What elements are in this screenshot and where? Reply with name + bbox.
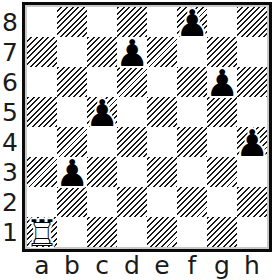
square-c5[interactable]: ♟ xyxy=(87,97,117,127)
white-rook-outline-glyph: ♖ xyxy=(27,218,57,248)
square-d3[interactable] xyxy=(117,157,147,187)
square-a3[interactable] xyxy=(27,157,57,187)
square-b8[interactable] xyxy=(57,7,87,37)
piece-black-pawn-b3[interactable]: ♟ xyxy=(57,157,87,187)
square-e4[interactable] xyxy=(147,127,177,157)
square-h8[interactable] xyxy=(237,7,267,37)
piece-black-pawn-f8[interactable]: ♟ xyxy=(177,7,207,37)
square-f5[interactable] xyxy=(177,97,207,127)
rank-label-4: 4 xyxy=(0,127,20,157)
square-a8[interactable] xyxy=(27,7,57,37)
square-f8[interactable]: ♟ xyxy=(177,7,207,37)
square-c2[interactable] xyxy=(87,187,117,217)
square-d1[interactable] xyxy=(117,217,147,247)
square-e1[interactable] xyxy=(147,217,177,247)
square-a5[interactable] xyxy=(27,97,57,127)
black-pawn-glyph: ♟ xyxy=(237,128,267,158)
square-b3[interactable]: ♟ xyxy=(57,157,87,187)
file-label-c: c xyxy=(87,252,117,279)
file-label-d: d xyxy=(117,252,147,279)
square-f6[interactable] xyxy=(177,67,207,97)
square-b5[interactable] xyxy=(57,97,87,127)
square-g8[interactable] xyxy=(207,7,237,37)
piece-black-pawn-g6[interactable]: ♟ xyxy=(207,67,237,97)
file-label-h: h xyxy=(237,252,267,279)
rank-label-1: 1 xyxy=(0,217,20,247)
black-pawn-glyph: ♟ xyxy=(117,38,147,68)
square-e2[interactable] xyxy=(147,187,177,217)
square-g4[interactable] xyxy=(207,127,237,157)
file-label-a: a xyxy=(27,252,57,279)
black-pawn-glyph: ♟ xyxy=(177,8,207,38)
square-e5[interactable] xyxy=(147,97,177,127)
square-h7[interactable] xyxy=(237,37,267,67)
chess-diagram: 87654321 abcdefgh ♟♟♟♟♟♟♜♖ xyxy=(0,0,280,280)
square-f7[interactable] xyxy=(177,37,207,67)
square-a6[interactable] xyxy=(27,67,57,97)
black-pawn-glyph: ♟ xyxy=(57,158,87,188)
square-d2[interactable] xyxy=(117,187,147,217)
square-b7[interactable] xyxy=(57,37,87,67)
square-a4[interactable] xyxy=(27,127,57,157)
square-g1[interactable] xyxy=(207,217,237,247)
rank-label-6: 6 xyxy=(0,67,20,97)
square-h4[interactable]: ♟ xyxy=(237,127,267,157)
rank-label-7: 7 xyxy=(0,37,20,67)
square-c1[interactable] xyxy=(87,217,117,247)
piece-black-pawn-c5[interactable]: ♟ xyxy=(87,97,117,127)
square-e3[interactable] xyxy=(147,157,177,187)
square-b1[interactable] xyxy=(57,217,87,247)
square-e6[interactable] xyxy=(147,67,177,97)
square-g6[interactable]: ♟ xyxy=(207,67,237,97)
black-pawn-glyph: ♟ xyxy=(87,98,117,128)
rank-label-2: 2 xyxy=(0,187,20,217)
square-d7[interactable]: ♟ xyxy=(117,37,147,67)
square-f4[interactable] xyxy=(177,127,207,157)
black-pawn-glyph: ♟ xyxy=(207,68,237,98)
piece-white-rook-a1[interactable]: ♜♖ xyxy=(27,217,57,247)
square-c4[interactable] xyxy=(87,127,117,157)
square-c8[interactable] xyxy=(87,7,117,37)
square-h3[interactable] xyxy=(237,157,267,187)
rank-label-8: 8 xyxy=(0,7,20,37)
square-a1[interactable]: ♜♖ xyxy=(27,217,57,247)
piece-black-pawn-h4[interactable]: ♟ xyxy=(237,127,267,157)
board-frame: ♟♟♟♟♟♟♜♖ xyxy=(22,2,272,252)
file-label-g: g xyxy=(207,252,237,279)
square-c3[interactable] xyxy=(87,157,117,187)
square-h2[interactable] xyxy=(237,187,267,217)
square-c7[interactable] xyxy=(87,37,117,67)
square-e7[interactable] xyxy=(147,37,177,67)
square-f1[interactable] xyxy=(177,217,207,247)
piece-black-pawn-d7[interactable]: ♟ xyxy=(117,37,147,67)
square-g2[interactable] xyxy=(207,187,237,217)
square-a7[interactable] xyxy=(27,37,57,67)
chessboard: ♟♟♟♟♟♟♜♖ xyxy=(25,5,269,249)
file-label-f: f xyxy=(177,252,207,279)
file-label-b: b xyxy=(57,252,87,279)
square-g5[interactable] xyxy=(207,97,237,127)
square-g3[interactable] xyxy=(207,157,237,187)
square-h1[interactable] xyxy=(237,217,267,247)
square-h6[interactable] xyxy=(237,67,267,97)
square-b6[interactable] xyxy=(57,67,87,97)
square-d5[interactable] xyxy=(117,97,147,127)
square-b2[interactable] xyxy=(57,187,87,217)
square-e8[interactable] xyxy=(147,7,177,37)
file-label-e: e xyxy=(147,252,177,279)
rank-label-3: 3 xyxy=(0,157,20,187)
square-d4[interactable] xyxy=(117,127,147,157)
rank-label-5: 5 xyxy=(0,97,20,127)
square-f3[interactable] xyxy=(177,157,207,187)
square-d6[interactable] xyxy=(117,67,147,97)
square-f2[interactable] xyxy=(177,187,207,217)
